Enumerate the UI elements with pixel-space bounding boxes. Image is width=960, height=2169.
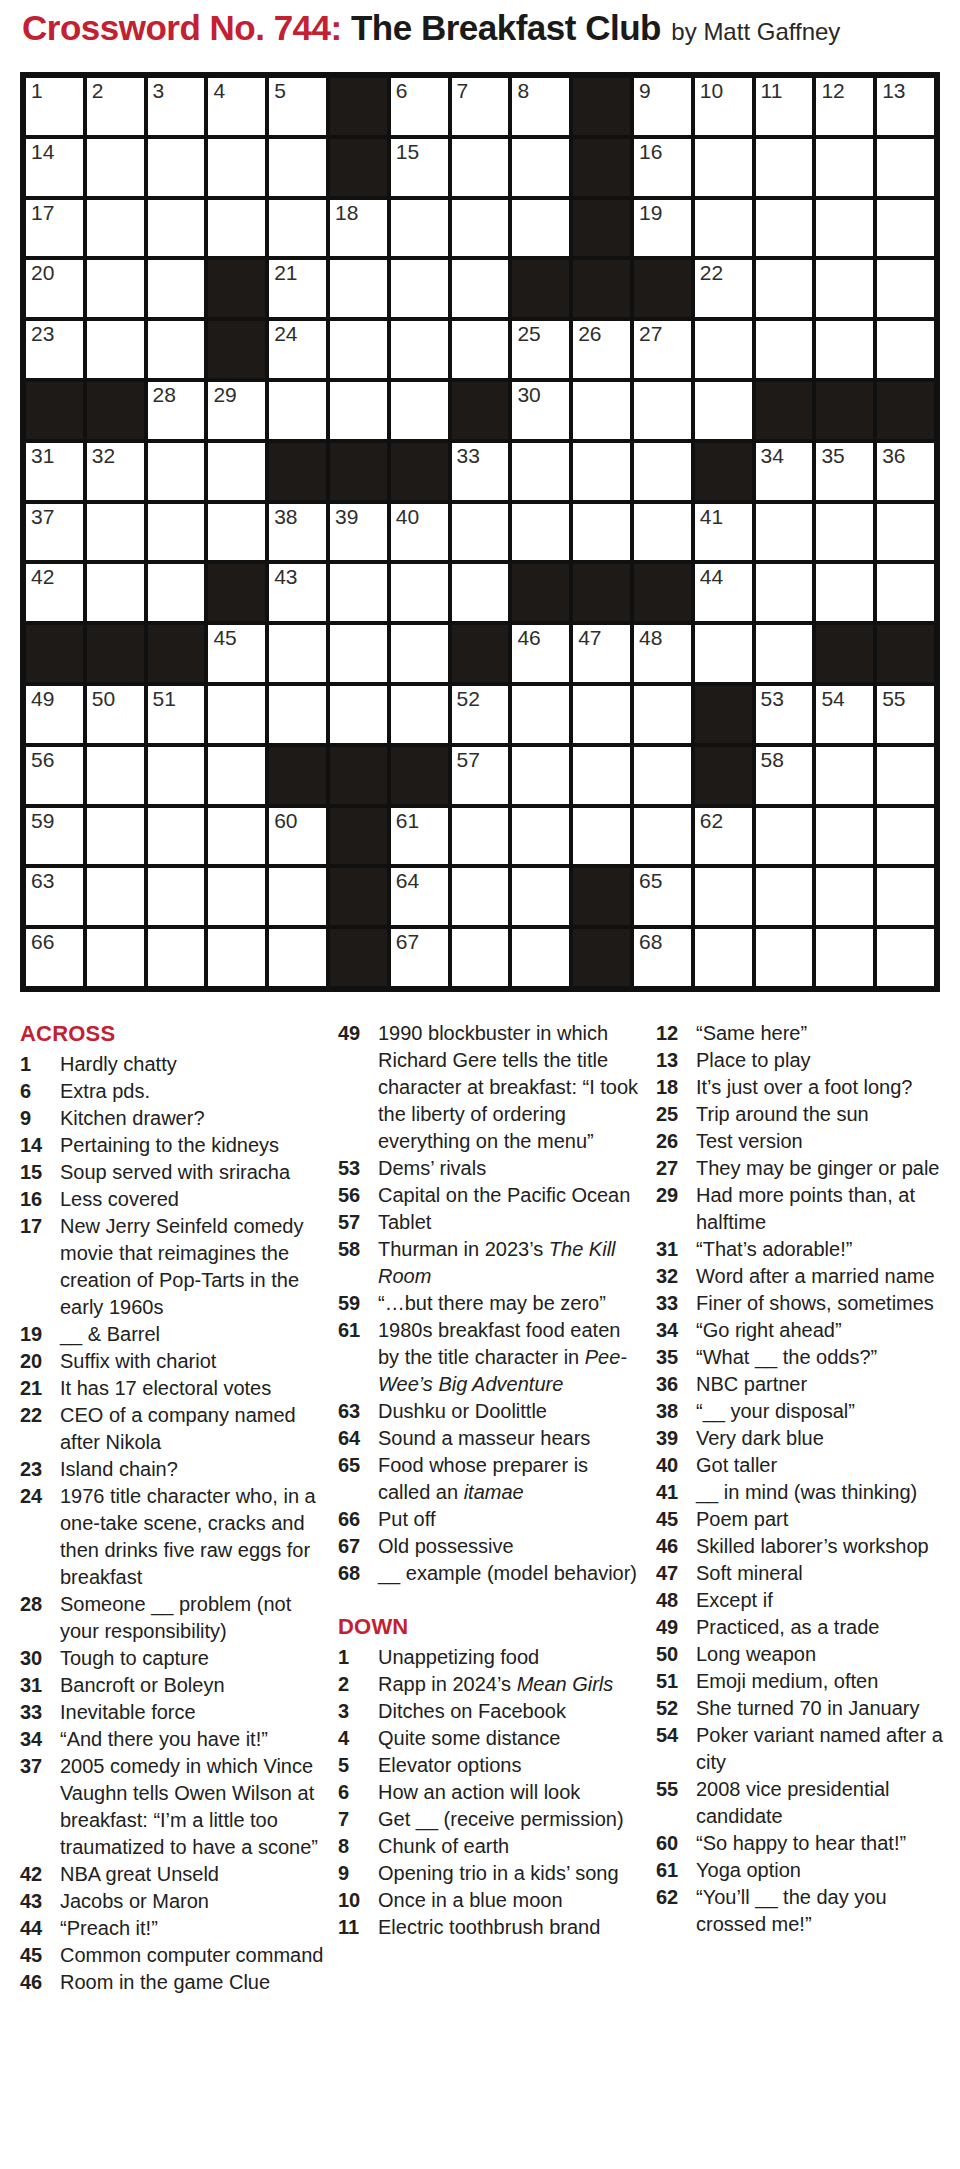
white-cell[interactable]: 51 [148,686,205,743]
white-cell[interactable] [208,808,265,865]
white-cell[interactable] [391,260,448,317]
white-cell[interactable] [148,139,205,196]
clue-number: 41 [656,1479,696,1506]
clue-down-51: 51Emoji medium, often [656,1668,960,1695]
clue-text: Tough to capture [60,1645,324,1672]
cell-number: 10 [700,79,723,103]
clue-down-5: 5Elevator options [338,1752,642,1779]
white-cell[interactable]: 40 [391,504,448,561]
white-cell[interactable] [877,929,934,986]
white-cell[interactable]: 47 [573,625,630,682]
cell-number: 11 [761,79,783,103]
white-cell[interactable] [877,564,934,621]
white-cell[interactable] [512,504,569,561]
white-cell[interactable]: 35 [816,443,873,500]
white-cell[interactable]: 67 [391,929,448,986]
white-cell[interactable]: 26 [573,321,630,378]
white-cell[interactable] [816,929,873,986]
white-cell[interactable] [148,260,205,317]
clue-number: 6 [20,1078,60,1105]
white-cell[interactable] [512,808,569,865]
white-cell[interactable] [512,443,569,500]
clue-number: 3 [338,1698,378,1725]
white-cell[interactable] [269,382,326,439]
white-cell[interactable] [452,139,509,196]
white-cell[interactable]: 1 [26,78,83,135]
clue-down-8: 8Chunk of earth [338,1833,642,1860]
white-cell[interactable] [452,929,509,986]
cell-number: 41 [700,505,723,529]
white-cell[interactable]: 34 [756,443,813,500]
white-cell[interactable] [695,139,752,196]
across-clues-part1: 1Hardly chatty6Extra pds.9Kitchen drawer… [20,1051,324,1996]
clue-down-49: 49Practiced, as a trade [656,1614,960,1641]
clue-text: “And there you have it!” [60,1726,324,1753]
cell-number: 13 [882,79,905,103]
cell-number: 21 [274,261,297,285]
clue-text: Thurman in 2023’s The Kill Room [378,1236,642,1290]
cell-number: 43 [274,565,297,589]
white-cell[interactable] [816,321,873,378]
white-cell[interactable]: 8 [512,78,569,135]
clue-number: 30 [20,1645,60,1672]
white-cell[interactable]: 10 [695,78,752,135]
clue-number: 18 [656,1074,696,1101]
white-cell[interactable] [452,321,509,378]
clue-text: Unappetizing food [378,1644,642,1671]
white-cell[interactable]: 3 [148,78,205,135]
white-cell[interactable]: 24 [269,321,326,378]
clue-column-3: 12“Same here”13Place to play18It’s just … [656,1020,960,1938]
white-cell[interactable]: 28 [148,382,205,439]
clue-text: Sound a masseur hears [378,1425,642,1452]
cell-number: 14 [31,140,54,164]
cell-number: 52 [457,687,480,711]
white-cell[interactable]: 68 [634,929,691,986]
clue-text: Extra pds. [60,1078,324,1105]
white-cell[interactable]: 4 [208,78,265,135]
black-cell [634,564,691,621]
white-cell[interactable] [512,686,569,743]
clue-number: 9 [338,1860,378,1887]
white-cell[interactable] [816,564,873,621]
white-cell[interactable] [452,868,509,925]
clue-text: Test version [696,1128,960,1155]
white-cell[interactable] [452,260,509,317]
white-cell[interactable] [330,625,387,682]
white-cell[interactable]: 30 [512,382,569,439]
white-cell[interactable] [816,808,873,865]
clue-text: “Preach it!” [60,1915,324,1942]
white-cell[interactable]: 31 [26,443,83,500]
clue-across-57: 57Tablet [338,1209,642,1236]
white-cell[interactable] [877,504,934,561]
white-cell[interactable]: 65 [634,868,691,925]
clue-number: 34 [656,1317,696,1344]
black-cell [573,200,630,257]
cell-number: 59 [31,809,54,833]
white-cell[interactable] [87,139,144,196]
white-cell[interactable]: 20 [26,260,83,317]
clue-text: It has 17 electoral votes [60,1375,324,1402]
white-cell[interactable] [756,625,813,682]
black-cell [330,929,387,986]
clue-text: __ & Barrel [60,1321,324,1348]
byline: by Matt Gaffney [671,18,840,45]
white-cell[interactable] [634,747,691,804]
white-cell[interactable] [87,200,144,257]
white-cell[interactable]: 46 [512,625,569,682]
white-cell[interactable] [512,200,569,257]
white-cell[interactable]: 33 [452,443,509,500]
white-cell[interactable] [391,200,448,257]
white-cell[interactable] [756,139,813,196]
white-cell[interactable] [756,564,813,621]
cell-number: 28 [153,383,176,407]
white-cell[interactable] [208,686,265,743]
white-cell[interactable] [756,929,813,986]
white-cell[interactable] [87,321,144,378]
clue-number: 51 [656,1668,696,1695]
clue-number: 23 [20,1456,60,1483]
clue-across-33: 33Inevitable force [20,1699,324,1726]
white-cell[interactable] [695,382,752,439]
clue-text: New Jerry Seinfeld comedy movie that rei… [60,1213,324,1321]
white-cell[interactable]: 2 [87,78,144,135]
clue-number: 42 [20,1861,60,1888]
white-cell[interactable] [208,139,265,196]
white-cell[interactable] [452,504,509,561]
white-cell[interactable] [877,139,934,196]
white-cell[interactable]: 38 [269,504,326,561]
white-cell[interactable] [208,747,265,804]
white-cell[interactable]: 14 [26,139,83,196]
white-cell[interactable] [634,382,691,439]
white-cell[interactable]: 42 [26,564,83,621]
clue-number: 32 [656,1263,696,1290]
clue-down-54: 54Poker variant named after a city [656,1722,960,1776]
white-cell[interactable] [391,321,448,378]
white-cell[interactable] [148,200,205,257]
white-cell[interactable]: 6 [391,78,448,135]
cell-number: 30 [517,383,540,407]
clue-down-35: 35“What __ the odds?” [656,1344,960,1371]
white-cell[interactable]: 61 [391,808,448,865]
white-cell[interactable] [695,868,752,925]
cell-number: 5 [274,79,286,103]
clue-down-61: 61Yoga option [656,1857,960,1884]
white-cell[interactable]: 50 [87,686,144,743]
clue-number: 38 [656,1398,696,1425]
white-cell[interactable]: 58 [756,747,813,804]
clue-text: NBA great Unseld [60,1861,324,1888]
white-cell[interactable] [573,686,630,743]
white-cell[interactable]: 43 [269,564,326,621]
white-cell[interactable]: 66 [26,929,83,986]
white-cell[interactable] [816,747,873,804]
white-cell[interactable] [87,868,144,925]
clue-down-26: 26Test version [656,1128,960,1155]
cell-number: 45 [213,626,236,650]
clue-text: Very dark blue [696,1425,960,1452]
white-cell[interactable]: 56 [26,747,83,804]
white-cell[interactable] [756,808,813,865]
white-cell[interactable] [756,321,813,378]
white-cell[interactable] [634,686,691,743]
white-cell[interactable] [695,625,752,682]
cell-number: 50 [92,687,115,711]
clue-number: 31 [656,1236,696,1263]
white-cell[interactable] [512,929,569,986]
cell-number: 26 [578,322,601,346]
white-cell[interactable] [877,321,934,378]
white-cell[interactable] [148,929,205,986]
white-cell[interactable]: 64 [391,868,448,925]
white-cell[interactable] [269,139,326,196]
cell-number: 42 [31,565,54,589]
white-cell[interactable] [634,504,691,561]
clue-text: Finer of shows, sometimes [696,1290,960,1317]
cell-number: 53 [761,687,784,711]
white-cell[interactable] [634,443,691,500]
clue-number: 17 [20,1213,60,1321]
clue-number: 33 [656,1290,696,1317]
white-cell[interactable]: 18 [330,200,387,257]
white-cell[interactable]: 25 [512,321,569,378]
white-cell[interactable] [756,504,813,561]
white-cell[interactable] [148,321,205,378]
white-cell[interactable] [756,260,813,317]
black-cell [330,78,387,135]
white-cell[interactable] [87,260,144,317]
white-cell[interactable]: 37 [26,504,83,561]
clue-down-36: 36NBC partner [656,1371,960,1398]
cell-number: 6 [396,79,408,103]
white-cell[interactable] [148,747,205,804]
white-cell[interactable] [269,868,326,925]
clue-number: 2 [338,1671,378,1698]
white-cell[interactable] [148,443,205,500]
clue-down-18: 18It’s just over a foot long? [656,1074,960,1101]
clue-number: 47 [656,1560,696,1587]
clue-down-39: 39Very dark blue [656,1425,960,1452]
white-cell[interactable]: 23 [26,321,83,378]
white-cell[interactable] [573,747,630,804]
black-cell [87,625,144,682]
white-cell[interactable] [756,868,813,925]
white-cell[interactable] [391,625,448,682]
white-cell[interactable]: 21 [269,260,326,317]
clue-text: Put off [378,1506,642,1533]
clue-across-37: 372005 comedy in which Vince Vaughn tell… [20,1753,324,1861]
white-cell[interactable] [573,808,630,865]
white-cell[interactable] [330,382,387,439]
white-cell[interactable]: 22 [695,260,752,317]
white-cell[interactable]: 52 [452,686,509,743]
white-cell[interactable] [452,564,509,621]
white-cell[interactable] [330,321,387,378]
white-cell[interactable] [148,504,205,561]
white-cell[interactable] [148,868,205,925]
white-cell[interactable]: 27 [634,321,691,378]
clue-number: 20 [20,1348,60,1375]
black-cell [330,139,387,196]
clue-text: Trip around the sun [696,1101,960,1128]
cell-number: 40 [396,505,419,529]
white-cell[interactable]: 36 [877,443,934,500]
cell-number: 34 [761,444,784,468]
white-cell[interactable] [877,260,934,317]
white-cell[interactable] [877,747,934,804]
white-cell[interactable] [87,564,144,621]
white-cell[interactable] [87,808,144,865]
white-cell[interactable]: 55 [877,686,934,743]
white-cell[interactable] [330,686,387,743]
clue-text: Chunk of earth [378,1833,642,1860]
white-cell[interactable]: 57 [452,747,509,804]
white-cell[interactable]: 11 [756,78,813,135]
white-cell[interactable] [695,321,752,378]
white-cell[interactable] [877,868,934,925]
clue-down-60: 60“So happy to hear that!” [656,1830,960,1857]
cell-number: 12 [821,79,844,103]
white-cell[interactable] [148,564,205,621]
white-cell[interactable] [269,686,326,743]
white-cell[interactable] [877,808,934,865]
white-cell[interactable]: 49 [26,686,83,743]
white-cell[interactable]: 16 [634,139,691,196]
white-cell[interactable]: 41 [695,504,752,561]
cell-number: 57 [457,748,480,772]
black-cell [512,260,569,317]
white-cell[interactable] [330,564,387,621]
cell-number: 23 [31,322,54,346]
clue-across-21: 21It has 17 electoral votes [20,1375,324,1402]
white-cell[interactable] [573,443,630,500]
white-cell[interactable]: 12 [816,78,873,135]
clue-text: Rapp in 2024’s Mean Girls [378,1671,642,1698]
white-cell[interactable] [573,504,630,561]
clue-text: __ example (model behavior) [378,1560,642,1587]
white-cell[interactable] [756,200,813,257]
cell-number: 7 [457,79,469,103]
white-cell[interactable]: 54 [816,686,873,743]
clue-across-42: 42NBA great Unseld [20,1861,324,1888]
white-cell[interactable] [877,200,934,257]
white-cell[interactable]: 62 [695,808,752,865]
white-cell[interactable]: 59 [26,808,83,865]
black-cell [330,443,387,500]
white-cell[interactable] [269,625,326,682]
white-cell[interactable] [208,868,265,925]
black-cell [391,443,448,500]
white-cell[interactable] [87,747,144,804]
cell-number: 29 [213,383,236,407]
white-cell[interactable]: 17 [26,200,83,257]
white-cell[interactable] [87,929,144,986]
white-cell[interactable]: 39 [330,504,387,561]
white-cell[interactable]: 13 [877,78,934,135]
white-cell[interactable] [208,443,265,500]
white-cell[interactable] [816,260,873,317]
white-cell[interactable] [816,868,873,925]
clue-number: 28 [20,1591,60,1645]
white-cell[interactable]: 44 [695,564,752,621]
white-cell[interactable] [816,139,873,196]
clue-down-52: 52She turned 70 in January [656,1695,960,1722]
white-cell[interactable] [452,200,509,257]
clue-across-66: 66Put off [338,1506,642,1533]
white-cell[interactable]: 32 [87,443,144,500]
white-cell[interactable] [816,200,873,257]
white-cell[interactable]: 19 [634,200,691,257]
white-cell[interactable] [391,686,448,743]
clue-text: 1990 blockbuster in which Richard Gere t… [378,1020,642,1155]
clue-across-23: 23Island chain? [20,1456,324,1483]
white-cell[interactable] [391,382,448,439]
clue-number: 55 [656,1776,696,1830]
white-cell[interactable] [816,504,873,561]
white-cell[interactable] [452,808,509,865]
white-cell[interactable] [512,139,569,196]
white-cell[interactable] [148,808,205,865]
cell-number: 44 [700,565,723,589]
white-cell[interactable] [391,564,448,621]
down-clues-part2: 12“Same here”13Place to play18It’s just … [656,1020,960,1938]
white-cell[interactable]: 15 [391,139,448,196]
white-cell[interactable] [695,929,752,986]
white-cell[interactable] [269,929,326,986]
white-cell[interactable]: 60 [269,808,326,865]
clue-text: Room in the game Clue [60,1969,324,1996]
white-cell[interactable]: 45 [208,625,265,682]
white-cell[interactable] [208,504,265,561]
white-cell[interactable] [512,747,569,804]
white-cell[interactable]: 63 [26,868,83,925]
clue-number: 50 [656,1641,696,1668]
white-cell[interactable] [634,808,691,865]
white-cell[interactable]: 48 [634,625,691,682]
white-cell[interactable] [512,868,569,925]
white-cell[interactable]: 5 [269,78,326,135]
cell-number: 18 [335,201,358,225]
clue-across-34: 34“And there you have it!” [20,1726,324,1753]
black-cell [816,625,873,682]
white-cell[interactable] [87,504,144,561]
white-cell[interactable] [330,260,387,317]
white-cell[interactable]: 53 [756,686,813,743]
clue-number: 6 [338,1779,378,1806]
clue-text: Emoji medium, often [696,1668,960,1695]
white-cell[interactable] [208,200,265,257]
cell-number: 46 [517,626,540,650]
white-cell[interactable]: 9 [634,78,691,135]
clue-down-38: 38“__ your disposal” [656,1398,960,1425]
clue-text: Bancroft or Boleyn [60,1672,324,1699]
cell-number: 56 [31,748,54,772]
cell-number: 15 [396,140,419,164]
white-cell[interactable] [573,382,630,439]
white-cell[interactable] [269,200,326,257]
across-header: ACROSS [20,1020,324,1047]
clue-number: 5 [338,1752,378,1779]
white-cell[interactable]: 29 [208,382,265,439]
cell-number: 4 [213,79,225,103]
white-cell[interactable]: 7 [452,78,509,135]
white-cell[interactable] [208,929,265,986]
black-cell [330,808,387,865]
white-cell[interactable] [695,200,752,257]
